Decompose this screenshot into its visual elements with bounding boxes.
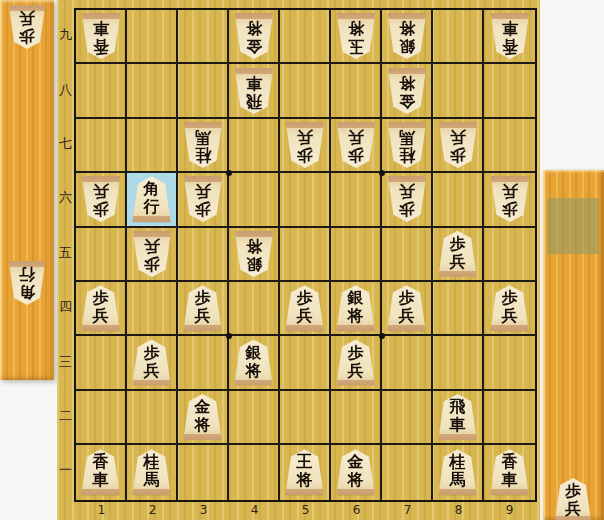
piece-kanji: 車	[93, 471, 109, 489]
board-square-2二[interactable]	[127, 391, 178, 445]
piece-silver-general[interactable]: 銀将	[387, 13, 427, 59]
piece-kanji: 将	[246, 362, 262, 380]
board-square-5九[interactable]	[280, 10, 331, 64]
board-square-1五[interactable]	[76, 228, 127, 282]
board-square-3九[interactable]	[178, 10, 229, 64]
piece-kanji: 将	[399, 19, 415, 37]
piece-silver-general[interactable]: 銀将	[336, 285, 376, 331]
board-square-8一[interactable]: 桂馬	[433, 445, 484, 499]
board-square-4一[interactable]	[229, 445, 280, 499]
piece-kanji: 行	[144, 198, 160, 216]
board-square-6九[interactable]: 玉将	[331, 10, 382, 64]
hoshi-dot	[379, 333, 385, 339]
board-square-7四[interactable]: 歩兵	[382, 282, 433, 336]
board-square-8八[interactable]	[433, 64, 484, 118]
piece-knight[interactable]: 桂馬	[387, 122, 427, 168]
hoshi-dot	[379, 170, 385, 176]
board-square-1二[interactable]	[76, 391, 127, 445]
piece-kanji: 歩	[19, 27, 35, 45]
piece-kanji: 兵	[297, 307, 313, 325]
board-square-2四[interactable]	[127, 282, 178, 336]
board-square-6八[interactable]	[331, 64, 382, 118]
board-square-8六[interactable]	[433, 173, 484, 227]
piece-pawn[interactable]: 歩兵	[438, 231, 478, 277]
file-label: 1	[76, 503, 127, 517]
board-square-9五[interactable]	[484, 228, 535, 282]
piece-pawn[interactable]: 歩兵	[285, 285, 325, 331]
piece-kanji: 桂	[195, 146, 211, 164]
piece-kanji: 歩	[195, 289, 211, 307]
piece-kanji: 歩	[399, 200, 415, 218]
board-square-3七[interactable]: 桂馬	[178, 119, 229, 173]
piece-kanji: 兵	[565, 500, 581, 518]
piece-pawn[interactable]: 歩兵	[183, 176, 223, 222]
piece-pawn[interactable]: 歩兵	[387, 285, 427, 331]
board-square-8五[interactable]: 歩兵	[433, 228, 484, 282]
rank-labels: 九八七六五四三二一	[57, 8, 74, 498]
piece-pawn[interactable]: 歩兵	[438, 122, 478, 168]
komadai-right: 歩兵	[543, 170, 604, 520]
file-label: 6	[331, 503, 382, 517]
board-grid: 香車金将玉将銀将香車飛車金将桂馬歩兵歩兵桂馬歩兵歩兵角行歩兵歩兵歩兵歩兵銀将歩兵…	[74, 8, 537, 502]
piece-kanji: 歩	[348, 146, 364, 164]
board-square-6三[interactable]: 歩兵	[331, 336, 382, 390]
piece-kanji: 将	[348, 307, 364, 325]
board-square-5八[interactable]	[280, 64, 331, 118]
piece-kanji: 兵	[502, 307, 518, 325]
piece-kanji: 車	[93, 19, 109, 37]
piece-kanji: 銀	[399, 37, 415, 55]
empty-hand-slot-highlight	[547, 198, 599, 254]
piece-kanji: 歩	[297, 146, 313, 164]
board-square-7二[interactable]	[382, 391, 433, 445]
board-square-9九[interactable]: 香車	[484, 10, 535, 64]
board-square-3五[interactable]	[178, 228, 229, 282]
piece-kanji: 将	[348, 471, 364, 489]
piece-pawn[interactable]: 歩兵	[81, 176, 121, 222]
board-square-9二[interactable]	[484, 391, 535, 445]
hoshi-dot	[226, 170, 232, 176]
piece-silver-general[interactable]: 銀将	[234, 340, 274, 386]
piece-kanji: 王	[297, 453, 313, 471]
piece-kanji: 角	[144, 180, 160, 198]
piece-pawn[interactable]: 歩兵	[81, 285, 121, 331]
komadai-left: 歩兵角行	[0, 0, 54, 380]
file-label: 4	[229, 503, 280, 517]
board-square-4四[interactable]	[229, 282, 280, 336]
piece-kanji: 車	[246, 74, 262, 92]
piece-kanji: 兵	[195, 307, 211, 325]
board-square-4二[interactable]	[229, 391, 280, 445]
piece-kanji: 歩	[450, 146, 466, 164]
board-square-5三[interactable]	[280, 336, 331, 390]
piece-kanji: 馬	[450, 471, 466, 489]
piece-kanji: 金	[399, 92, 415, 110]
board-square-9四[interactable]: 歩兵	[484, 282, 535, 336]
board-square-7三[interactable]	[382, 336, 433, 390]
piece-kanji: 兵	[195, 182, 211, 200]
piece-pawn[interactable]: 歩兵	[285, 122, 325, 168]
piece-kanji: 歩	[297, 289, 313, 307]
rank-label: 九	[57, 8, 74, 62]
board-square-9一[interactable]: 香車	[484, 445, 535, 499]
file-label: 8	[433, 503, 484, 517]
piece-pawn[interactable]: 歩兵	[490, 285, 530, 331]
board-square-1七[interactable]	[76, 119, 127, 173]
board-square-6二[interactable]	[331, 391, 382, 445]
board-square-7五[interactable]	[382, 228, 433, 282]
piece-kanji: 歩	[450, 235, 466, 253]
board-square-2六[interactable]: 角行	[127, 173, 178, 227]
board-square-5四[interactable]: 歩兵	[280, 282, 331, 336]
rank-label: 三	[57, 334, 74, 388]
board-square-8二[interactable]: 飛車	[433, 391, 484, 445]
piece-kanji: 兵	[450, 128, 466, 146]
piece-bishop[interactable]: 角行	[8, 261, 46, 305]
piece-kanji: 兵	[144, 237, 160, 255]
piece-knight[interactable]: 桂馬	[438, 449, 478, 495]
piece-kanji: 桂	[399, 146, 415, 164]
piece-kanji: 兵	[144, 362, 160, 380]
piece-kanji: 桂	[144, 453, 160, 471]
piece-kanji: 玉	[348, 37, 364, 55]
board-square-4三[interactable]: 銀将	[229, 336, 280, 390]
rank-label: 二	[57, 389, 74, 443]
board-square-1八[interactable]	[76, 64, 127, 118]
board-square-5六[interactable]	[280, 173, 331, 227]
piece-kanji: 歩	[565, 482, 581, 500]
board-square-3三[interactable]	[178, 336, 229, 390]
board-square-6五[interactable]	[331, 228, 382, 282]
piece-rook[interactable]: 飛車	[438, 394, 478, 440]
board-square-4九[interactable]: 金将	[229, 10, 280, 64]
board-square-2七[interactable]	[127, 119, 178, 173]
piece-kanji: 歩	[502, 200, 518, 218]
piece-pawn[interactable]: 歩兵	[336, 122, 376, 168]
piece-kanji: 馬	[195, 128, 211, 146]
board-square-8三[interactable]	[433, 336, 484, 390]
piece-kanji: 兵	[19, 9, 35, 27]
board-square-3六[interactable]: 歩兵	[178, 173, 229, 227]
piece-lance[interactable]: 香車	[490, 13, 530, 59]
piece-kanji: 飛	[246, 92, 262, 110]
board-square-6七[interactable]: 歩兵	[331, 119, 382, 173]
piece-kanji: 将	[195, 416, 211, 434]
piece-kanji: 銀	[246, 255, 262, 273]
hand-piece-slot: 角行	[8, 261, 46, 305]
piece-pawn[interactable]: 歩兵	[183, 285, 223, 331]
piece-jeweled-king[interactable]: 玉将	[336, 13, 376, 59]
piece-kanji: 銀	[348, 289, 364, 307]
piece-kanji: 歩	[399, 289, 415, 307]
file-label: 7	[382, 503, 433, 517]
piece-kanji: 車	[502, 471, 518, 489]
piece-kanji: 角	[19, 283, 35, 301]
piece-pawn[interactable]: 歩兵	[8, 5, 46, 49]
piece-kanji: 将	[246, 19, 262, 37]
piece-kanji: 桂	[450, 453, 466, 471]
piece-knight[interactable]: 桂馬	[183, 122, 223, 168]
piece-kanji: 香	[93, 37, 109, 55]
piece-kanji: 飛	[450, 398, 466, 416]
board-square-2九[interactable]	[127, 10, 178, 64]
rank-label: 八	[57, 62, 74, 116]
piece-gold-general[interactable]: 金将	[183, 394, 223, 440]
piece-kanji: 歩	[93, 200, 109, 218]
piece-kanji: 香	[93, 453, 109, 471]
piece-pawn[interactable]: 歩兵	[387, 176, 427, 222]
piece-kanji: 兵	[93, 307, 109, 325]
piece-kanji: 兵	[399, 307, 415, 325]
file-labels: 123456789	[76, 503, 535, 517]
board-square-1九[interactable]: 香車	[76, 10, 127, 64]
piece-kanji: 馬	[144, 471, 160, 489]
board-square-7八[interactable]: 金将	[382, 64, 433, 118]
board-square-9八[interactable]	[484, 64, 535, 118]
board-square-5一[interactable]: 王将	[280, 445, 331, 499]
piece-pawn[interactable]: 歩兵	[132, 231, 172, 277]
piece-kanji: 歩	[195, 200, 211, 218]
piece-kanji: 兵	[450, 253, 466, 271]
board-square-5二[interactable]	[280, 391, 331, 445]
board-square-3四[interactable]: 歩兵	[178, 282, 229, 336]
board-square-9六[interactable]: 歩兵	[484, 173, 535, 227]
board-square-2一[interactable]: 桂馬	[127, 445, 178, 499]
rank-label: 五	[57, 226, 74, 280]
piece-kanji: 車	[502, 19, 518, 37]
file-label: 9	[484, 503, 535, 517]
piece-pawn[interactable]: 歩兵	[554, 478, 592, 520]
board-square-1六[interactable]: 歩兵	[76, 173, 127, 227]
rank-label: 四	[57, 280, 74, 334]
piece-pawn[interactable]: 歩兵	[132, 340, 172, 386]
board-square-3二[interactable]: 金将	[178, 391, 229, 445]
rank-label: 六	[57, 171, 74, 225]
rank-label: 一	[57, 443, 74, 497]
board-square-7六[interactable]: 歩兵	[382, 173, 433, 227]
piece-kanji: 兵	[399, 182, 415, 200]
piece-kanji: 将	[297, 471, 313, 489]
piece-kanji: 金	[348, 453, 364, 471]
piece-kanji: 行	[19, 265, 35, 283]
piece-kanji: 歩	[144, 344, 160, 362]
piece-kanji: 馬	[399, 128, 415, 146]
board-square-7七[interactable]: 桂馬	[382, 119, 433, 173]
piece-pawn[interactable]: 歩兵	[490, 176, 530, 222]
board-square-8九[interactable]	[433, 10, 484, 64]
piece-kanji: 歩	[93, 289, 109, 307]
piece-lance[interactable]: 香車	[81, 449, 121, 495]
piece-kanji: 兵	[348, 362, 364, 380]
piece-gold-general[interactable]: 金将	[387, 68, 427, 114]
piece-kanji: 香	[502, 453, 518, 471]
piece-lance[interactable]: 香車	[81, 13, 121, 59]
board-square-6六[interactable]	[331, 173, 382, 227]
board-square-9三[interactable]	[484, 336, 535, 390]
board-square-6一[interactable]: 金将	[331, 445, 382, 499]
piece-kanji: 兵	[502, 182, 518, 200]
board-square-4六[interactable]	[229, 173, 280, 227]
piece-kanji: 兵	[93, 182, 109, 200]
piece-lance[interactable]: 香車	[490, 449, 530, 495]
hoshi-dot	[226, 333, 232, 339]
piece-kanji: 金	[195, 398, 211, 416]
board-square-4五[interactable]: 銀将	[229, 228, 280, 282]
board-square-5五[interactable]	[280, 228, 331, 282]
piece-kanji: 金	[246, 37, 262, 55]
board-square-7一[interactable]	[382, 445, 433, 499]
piece-kanji: 歩	[144, 255, 160, 273]
shogi-board: 九八七六五四三二一 香車金将玉将銀将香車飛車金将桂馬歩兵歩兵桂馬歩兵歩兵角行歩兵…	[57, 0, 540, 520]
board-square-9七[interactable]	[484, 119, 535, 173]
file-label: 5	[280, 503, 331, 517]
board-square-3一[interactable]	[178, 445, 229, 499]
board-square-1三[interactable]	[76, 336, 127, 390]
hand-piece-slot: 歩兵	[8, 5, 46, 49]
piece-knight[interactable]: 桂馬	[132, 449, 172, 495]
piece-kanji: 銀	[246, 344, 262, 362]
board-square-4七[interactable]	[229, 119, 280, 173]
board-square-7九[interactable]: 銀将	[382, 10, 433, 64]
board-square-1一[interactable]: 香車	[76, 445, 127, 499]
piece-gold-general[interactable]: 金将	[234, 13, 274, 59]
piece-rook[interactable]: 飛車	[234, 68, 274, 114]
piece-kanji: 兵	[348, 128, 364, 146]
piece-kanji: 香	[502, 37, 518, 55]
board-square-2三[interactable]: 歩兵	[127, 336, 178, 390]
piece-pawn[interactable]: 歩兵	[336, 340, 376, 386]
piece-kanji: 兵	[297, 128, 313, 146]
piece-bishop[interactable]: 角行	[132, 176, 172, 222]
board-square-8七[interactable]: 歩兵	[433, 119, 484, 173]
piece-kanji: 車	[450, 416, 466, 434]
piece-king[interactable]: 王将	[285, 449, 325, 495]
piece-kanji: 歩	[502, 289, 518, 307]
piece-gold-general[interactable]: 金将	[336, 449, 376, 495]
hand-piece-slot: 歩兵	[554, 478, 592, 520]
piece-kanji: 将	[348, 19, 364, 37]
board-square-4八[interactable]: 飛車	[229, 64, 280, 118]
board-square-2五[interactable]: 歩兵	[127, 228, 178, 282]
piece-silver-general[interactable]: 銀将	[234, 231, 274, 277]
file-label: 3	[178, 503, 229, 517]
board-square-8四[interactable]	[433, 282, 484, 336]
board-square-2八[interactable]	[127, 64, 178, 118]
piece-kanji: 歩	[348, 344, 364, 362]
board-square-3八[interactable]	[178, 64, 229, 118]
board-square-5七[interactable]: 歩兵	[280, 119, 331, 173]
board-square-6四[interactable]: 銀将	[331, 282, 382, 336]
piece-kanji: 将	[246, 237, 262, 255]
file-label: 2	[127, 503, 178, 517]
rank-label: 七	[57, 117, 74, 171]
board-square-1四[interactable]: 歩兵	[76, 282, 127, 336]
piece-kanji: 将	[399, 74, 415, 92]
